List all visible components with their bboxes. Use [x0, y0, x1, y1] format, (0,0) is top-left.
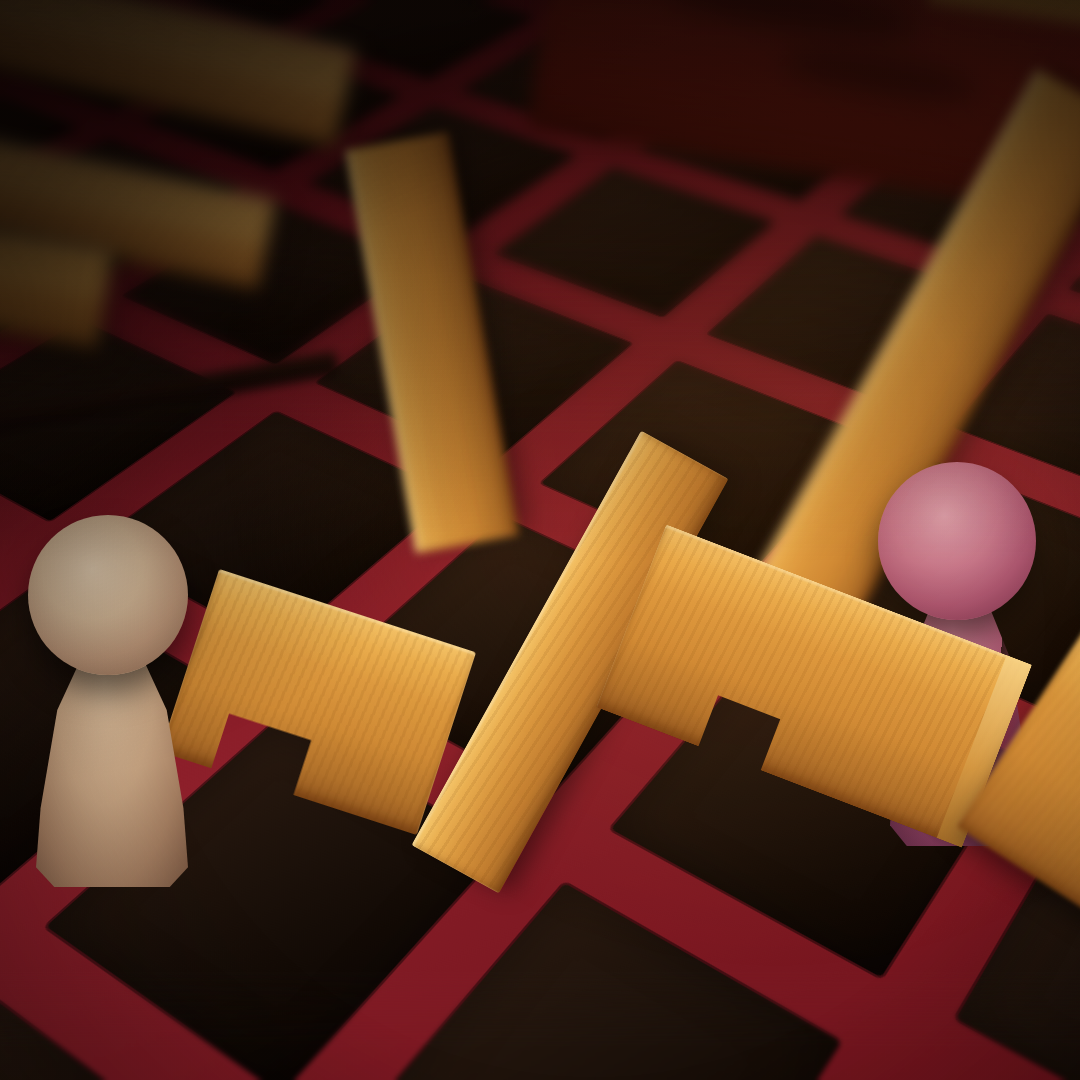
pawn-light-body — [36, 641, 188, 887]
pawn-dark-head — [878, 462, 1036, 620]
pawn-light — [10, 515, 210, 887]
box-print-smudge — [777, 40, 981, 111]
box-print-smudge — [657, 0, 921, 50]
quoridor-photo-scene — [0, 0, 1080, 1080]
board-cell — [495, 168, 774, 317]
pawn-light-head — [28, 515, 188, 675]
